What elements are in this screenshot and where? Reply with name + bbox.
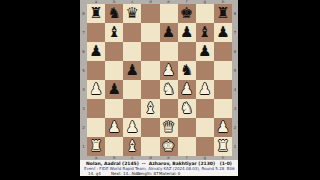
black-bishop: ♝: [198, 25, 211, 40]
square-h5: [214, 61, 232, 80]
rank-label-1: 1: [232, 137, 238, 156]
square-a4: ♟: [87, 80, 105, 99]
white-rook: ♜: [216, 139, 229, 154]
square-b5: [105, 61, 123, 80]
square-g1: [196, 137, 214, 156]
rank-label-7: 7: [232, 23, 238, 42]
rank-label-4: 4: [232, 80, 238, 99]
square-d1: [141, 137, 159, 156]
white-bishop: ♝: [144, 101, 157, 116]
rank-label-7: 7: [80, 23, 87, 42]
black-king: ♚: [180, 6, 193, 21]
square-g2: [196, 118, 214, 137]
black-bishop: ♝: [107, 25, 120, 40]
square-c1: ♝: [123, 137, 141, 156]
square-h3: [214, 99, 232, 118]
square-b4: ♟: [105, 80, 123, 99]
square-e3: [160, 99, 178, 118]
square-h1: ♜: [214, 137, 232, 156]
material-balance: Material: 0: [159, 171, 180, 176]
screenshot: abcdefgh 87654321 87654321 ♜♞♛♚♜♝♟♟♝♟♟♟♟…: [0, 0, 320, 180]
square-h7: ♟: [214, 23, 232, 42]
square-d7: [141, 23, 159, 42]
black-pawn: ♟: [216, 25, 229, 40]
rank-label-6: 6: [232, 42, 238, 61]
square-h8: ♜: [214, 4, 232, 23]
letterbox-right: [238, 0, 320, 180]
rank-label-3: 3: [80, 99, 87, 118]
square-d8: [141, 4, 159, 23]
white-pawn: ♟: [216, 120, 229, 135]
white-pawn: ♟: [107, 120, 120, 135]
white-pawn: ♟: [180, 82, 193, 97]
square-e4: ♞: [160, 80, 178, 99]
white-knight: ♞: [162, 82, 175, 97]
rank-label-6: 6: [80, 42, 87, 61]
black-queen: ♛: [126, 6, 139, 21]
board: ♜♞♛♚♜♝♟♟♝♟♟♟♟♟♞♟♟♞♟♟♝♞♟♟♛♟♜♝♚♜: [87, 4, 232, 156]
square-f6: [178, 42, 196, 61]
square-a7: [87, 23, 105, 42]
square-a3: [87, 99, 105, 118]
square-c6: [123, 42, 141, 61]
rank-label-1: 1: [80, 137, 87, 156]
square-a8: ♜: [87, 4, 105, 23]
next-move: Next: 14...Nd4: [111, 171, 140, 176]
rank-label-2: 2: [80, 118, 87, 137]
square-g7: ♝: [196, 23, 214, 42]
square-g5: [196, 61, 214, 80]
black-pawn: ♟: [126, 63, 139, 78]
square-d6: [141, 42, 159, 61]
rank-labels-right: 87654321: [232, 4, 238, 156]
players-result-line: Nolan, Aadral (2145) -- Azharov, Bakhtiy…: [80, 161, 238, 166]
rank-label-8: 8: [80, 4, 87, 23]
black-knight: ♞: [107, 6, 120, 21]
square-h4: [214, 80, 232, 99]
square-d4: [141, 80, 159, 99]
rank-label-4: 4: [80, 80, 87, 99]
square-b1: [105, 137, 123, 156]
square-g4: ♟: [196, 80, 214, 99]
square-b3: [105, 99, 123, 118]
white-bishop: ♝: [126, 139, 139, 154]
square-g3: [196, 99, 214, 118]
square-f1: [178, 137, 196, 156]
white-rook: ♜: [89, 139, 102, 154]
square-b7: ♝: [105, 23, 123, 42]
rank-label-8: 8: [232, 4, 238, 23]
square-c8: ♛: [123, 4, 141, 23]
game-length: Length: 87: [137, 171, 159, 176]
black-rook: ♜: [89, 6, 102, 21]
rank-label-5: 5: [80, 61, 87, 80]
square-b8: ♞: [105, 4, 123, 23]
white-pawn: ♟: [89, 82, 102, 97]
square-f2: [178, 118, 196, 137]
letterbox-left: [0, 0, 80, 180]
game-info-caption: Nolan, Aadral (2145) -- Azharov, Bakhtiy…: [80, 160, 238, 176]
black-pawn: ♟: [180, 25, 193, 40]
square-d5: [141, 61, 159, 80]
current-move: 14. g4: [88, 171, 101, 176]
square-a5: [87, 61, 105, 80]
square-h2: ♟: [214, 118, 232, 137]
square-c2: ♟: [123, 118, 141, 137]
square-d2: [141, 118, 159, 137]
square-b2: ♟: [105, 118, 123, 137]
chess-panel: abcdefgh 87654321 87654321 ♜♞♛♚♜♝♟♟♝♟♟♟♟…: [80, 0, 238, 180]
white-queen: ♛: [162, 120, 175, 135]
letterbox-bottom: [80, 176, 238, 180]
square-f5: ♞: [178, 61, 196, 80]
square-e8: [160, 4, 178, 23]
square-f4: ♟: [178, 80, 196, 99]
rank-labels-left: 87654321: [80, 4, 87, 156]
black-pawn: ♟: [107, 82, 120, 97]
square-e1: ♚: [160, 137, 178, 156]
rank-label-3: 3: [232, 99, 238, 118]
rank-label-2: 2: [232, 118, 238, 137]
rank-label-5: 5: [232, 61, 238, 80]
black-rook: ♜: [216, 6, 229, 21]
square-g8: [196, 4, 214, 23]
square-c5: ♟: [123, 61, 141, 80]
white-king: ♚: [162, 139, 175, 154]
white-knight: ♞: [180, 101, 193, 116]
white-pawn: ♟: [126, 120, 139, 135]
square-e7: ♟: [160, 23, 178, 42]
black-pawn: ♟: [162, 25, 175, 40]
square-e5: ♟: [160, 61, 178, 80]
square-g6: ♟: [196, 42, 214, 61]
square-e2: ♛: [160, 118, 178, 137]
black-pawn: ♟: [198, 44, 211, 59]
square-c7: [123, 23, 141, 42]
square-d3: ♝: [141, 99, 159, 118]
black-knight: ♞: [180, 63, 193, 78]
square-a6: ♟: [87, 42, 105, 61]
square-a2: [87, 118, 105, 137]
square-f3: ♞: [178, 99, 196, 118]
square-e6: [160, 42, 178, 61]
square-c4: [123, 80, 141, 99]
square-f8: ♚: [178, 4, 196, 23]
square-a1: ♜: [87, 137, 105, 156]
white-pawn: ♟: [162, 63, 175, 78]
black-pawn: ♟: [89, 44, 102, 59]
square-f7: ♟: [178, 23, 196, 42]
square-c3: [123, 99, 141, 118]
white-pawn: ♟: [198, 82, 211, 97]
move-status-line: 14. g4 Next: 14...Nd4 Length: 87 Materia…: [80, 171, 238, 176]
square-h6: [214, 42, 232, 61]
square-b6: [105, 42, 123, 61]
